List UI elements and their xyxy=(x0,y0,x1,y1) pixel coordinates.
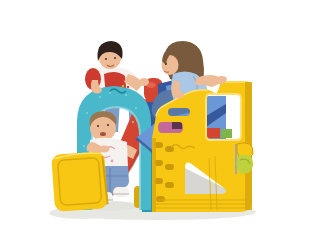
girl-hand-on-rail xyxy=(174,92,184,99)
toddler-shoe xyxy=(113,187,129,197)
toddler-hand-on-door xyxy=(99,146,110,153)
window-red-detail xyxy=(207,128,220,138)
yellow-swing-door xyxy=(51,151,108,212)
window-green-detail xyxy=(221,129,232,138)
green-scoop-step xyxy=(236,143,253,174)
wall-edge-shade xyxy=(152,138,156,212)
product-photo xyxy=(40,16,264,240)
playhouse-illustration xyxy=(40,16,264,240)
boy-hand xyxy=(92,87,102,94)
boy-hand xyxy=(139,78,149,86)
